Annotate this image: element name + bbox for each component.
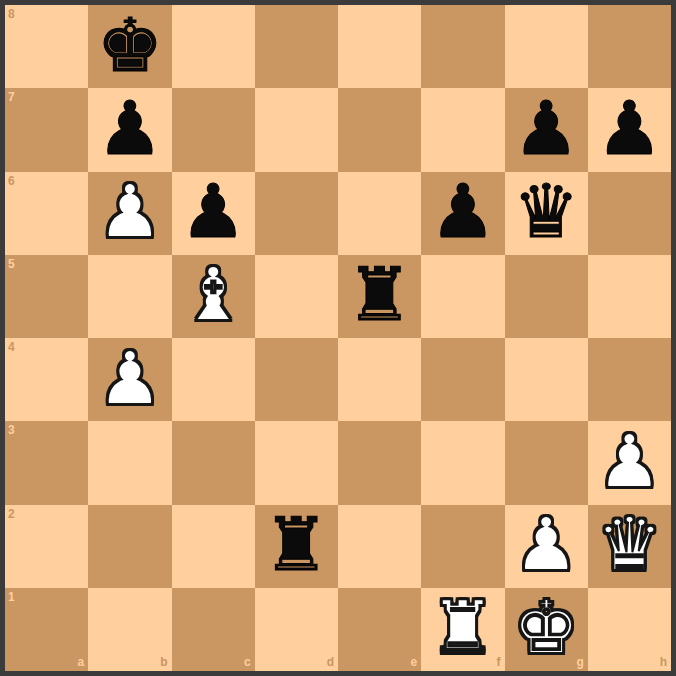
square-f5[interactable] bbox=[421, 255, 504, 338]
square-h8[interactable] bbox=[588, 5, 671, 88]
square-g3[interactable] bbox=[505, 421, 588, 504]
square-b4[interactable]: ♟ bbox=[88, 338, 171, 421]
square-f2[interactable] bbox=[421, 505, 504, 588]
square-g1[interactable]: g♚ bbox=[505, 588, 588, 671]
square-h6[interactable] bbox=[588, 172, 671, 255]
square-d5[interactable] bbox=[255, 255, 338, 338]
piece-white-rook[interactable]: ♜ bbox=[430, 590, 496, 664]
square-c4[interactable] bbox=[172, 338, 255, 421]
piece-white-king[interactable]: ♚ bbox=[513, 590, 579, 664]
square-f8[interactable] bbox=[421, 5, 504, 88]
square-e1[interactable]: e bbox=[338, 588, 421, 671]
rank-label-1: 1 bbox=[8, 591, 15, 603]
square-d7[interactable] bbox=[255, 88, 338, 171]
square-a4[interactable]: 4 bbox=[5, 338, 88, 421]
piece-white-pawn[interactable]: ♟ bbox=[97, 341, 163, 415]
square-h2[interactable]: ♛ bbox=[588, 505, 671, 588]
piece-black-pawn[interactable]: ♟ bbox=[430, 174, 496, 248]
file-label-f: f bbox=[497, 656, 501, 668]
square-h5[interactable] bbox=[588, 255, 671, 338]
square-a8[interactable]: 8 bbox=[5, 5, 88, 88]
square-d1[interactable]: d bbox=[255, 588, 338, 671]
square-b2[interactable] bbox=[88, 505, 171, 588]
square-a5[interactable]: 5 bbox=[5, 255, 88, 338]
square-e2[interactable] bbox=[338, 505, 421, 588]
piece-black-king[interactable]: ♚ bbox=[97, 8, 163, 82]
square-g8[interactable] bbox=[505, 5, 588, 88]
square-b7[interactable]: ♟ bbox=[88, 88, 171, 171]
file-label-h: h bbox=[660, 656, 667, 668]
square-f1[interactable]: f♜ bbox=[421, 588, 504, 671]
square-h4[interactable] bbox=[588, 338, 671, 421]
piece-white-pawn[interactable]: ♟ bbox=[596, 424, 662, 498]
piece-white-pawn[interactable]: ♟ bbox=[97, 174, 163, 248]
rank-label-2: 2 bbox=[8, 508, 15, 520]
square-g6[interactable]: ♛ bbox=[505, 172, 588, 255]
file-label-d: d bbox=[327, 656, 334, 668]
rank-label-3: 3 bbox=[8, 424, 15, 436]
piece-black-pawn[interactable]: ♟ bbox=[596, 91, 662, 165]
piece-black-rook[interactable]: ♜ bbox=[346, 257, 412, 331]
square-b5[interactable] bbox=[88, 255, 171, 338]
square-e3[interactable] bbox=[338, 421, 421, 504]
square-a1[interactable]: 1a bbox=[5, 588, 88, 671]
square-c1[interactable]: c bbox=[172, 588, 255, 671]
piece-black-pawn[interactable]: ♟ bbox=[97, 91, 163, 165]
square-f6[interactable]: ♟ bbox=[421, 172, 504, 255]
rank-label-8: 8 bbox=[8, 8, 15, 20]
file-label-a: a bbox=[78, 656, 85, 668]
square-e4[interactable] bbox=[338, 338, 421, 421]
square-d8[interactable] bbox=[255, 5, 338, 88]
square-b6[interactable]: ♟ bbox=[88, 172, 171, 255]
piece-white-queen[interactable]: ♛ bbox=[596, 507, 662, 581]
square-c6[interactable]: ♟ bbox=[172, 172, 255, 255]
square-d3[interactable] bbox=[255, 421, 338, 504]
square-g4[interactable] bbox=[505, 338, 588, 421]
square-h1[interactable]: h bbox=[588, 588, 671, 671]
rank-label-5: 5 bbox=[8, 258, 15, 270]
square-c7[interactable] bbox=[172, 88, 255, 171]
rank-label-4: 4 bbox=[8, 341, 15, 353]
square-e6[interactable] bbox=[338, 172, 421, 255]
square-f4[interactable] bbox=[421, 338, 504, 421]
board-frame: 8♚7♟♟♟6♟♟♟♛5♝♜4♟3♟2♜♟♛1abcdef♜g♚h bbox=[0, 0, 676, 676]
square-a3[interactable]: 3 bbox=[5, 421, 88, 504]
square-e8[interactable] bbox=[338, 5, 421, 88]
square-b3[interactable] bbox=[88, 421, 171, 504]
square-h7[interactable]: ♟ bbox=[588, 88, 671, 171]
square-c3[interactable] bbox=[172, 421, 255, 504]
square-g2[interactable]: ♟ bbox=[505, 505, 588, 588]
square-f3[interactable] bbox=[421, 421, 504, 504]
square-c8[interactable] bbox=[172, 5, 255, 88]
piece-black-pawn[interactable]: ♟ bbox=[513, 91, 579, 165]
square-d2[interactable]: ♜ bbox=[255, 505, 338, 588]
square-e7[interactable] bbox=[338, 88, 421, 171]
piece-white-pawn[interactable]: ♟ bbox=[513, 507, 579, 581]
square-e5[interactable]: ♜ bbox=[338, 255, 421, 338]
square-c2[interactable] bbox=[172, 505, 255, 588]
piece-black-pawn[interactable]: ♟ bbox=[180, 174, 246, 248]
square-a2[interactable]: 2 bbox=[5, 505, 88, 588]
square-a7[interactable]: 7 bbox=[5, 88, 88, 171]
piece-black-rook[interactable]: ♜ bbox=[263, 507, 329, 581]
file-label-b: b bbox=[160, 656, 167, 668]
square-d6[interactable] bbox=[255, 172, 338, 255]
rank-label-6: 6 bbox=[8, 175, 15, 187]
piece-black-queen[interactable]: ♛ bbox=[513, 174, 579, 248]
piece-white-bishop[interactable]: ♝ bbox=[180, 257, 246, 331]
file-label-e: e bbox=[411, 656, 418, 668]
square-a6[interactable]: 6 bbox=[5, 172, 88, 255]
square-b8[interactable]: ♚ bbox=[88, 5, 171, 88]
square-b1[interactable]: b bbox=[88, 588, 171, 671]
chess-board: 8♚7♟♟♟6♟♟♟♛5♝♜4♟3♟2♜♟♛1abcdef♜g♚h bbox=[5, 5, 671, 671]
square-c5[interactable]: ♝ bbox=[172, 255, 255, 338]
square-g5[interactable] bbox=[505, 255, 588, 338]
file-label-c: c bbox=[244, 656, 251, 668]
rank-label-7: 7 bbox=[8, 91, 15, 103]
square-f7[interactable] bbox=[421, 88, 504, 171]
square-d4[interactable] bbox=[255, 338, 338, 421]
square-h3[interactable]: ♟ bbox=[588, 421, 671, 504]
square-g7[interactable]: ♟ bbox=[505, 88, 588, 171]
